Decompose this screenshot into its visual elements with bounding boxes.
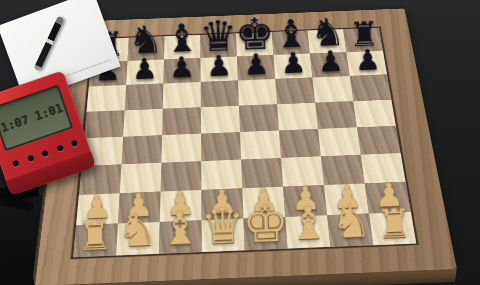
chess-board: ♜♞♝♛♚♝♞♜♟♟♟♟♟♟♟♟♟♟♟♟♟♟♟♟♜♞♝♛♚♝♞♜ [73,28,416,257]
square-a5[interactable] [84,110,125,138]
clock-button-4[interactable] [56,145,64,153]
square-f7[interactable]: ♟ [273,54,312,79]
square-h6[interactable] [350,75,392,102]
clock-button-2[interactable] [27,155,35,163]
square-b1[interactable]: ♞ [116,222,160,256]
square-d1[interactable]: ♛ [202,219,245,252]
square-a6[interactable] [87,85,127,112]
clock-button-1[interactable] [12,160,20,168]
clock-button-5[interactable] [71,140,79,148]
square-d5[interactable] [201,106,240,134]
square-g6[interactable] [312,76,353,103]
square-f6[interactable] [275,78,315,105]
board-frame-edge-bottom [35,269,457,285]
square-e6[interactable] [238,79,277,106]
white-rook-a1[interactable]: ♜ [76,217,113,255]
square-e4[interactable] [240,130,281,159]
white-knight-b1[interactable]: ♞ [116,210,158,253]
clock-time-left: 1:07 [0,112,31,135]
square-c4[interactable] [161,134,201,163]
square-b4[interactable] [121,135,162,164]
square-h1[interactable]: ♜ [369,212,416,245]
clock-time-right: 1:01 [33,101,65,124]
square-h4[interactable] [357,126,401,155]
square-b5[interactable] [123,109,163,137]
square-b6[interactable] [125,84,164,111]
square-g1[interactable]: ♞ [327,214,373,247]
square-g7[interactable]: ♟ [310,52,350,77]
white-knight-g1[interactable]: ♞ [330,201,372,244]
black-pawn-b7[interactable]: ♟ [131,56,158,83]
black-pawn-h7[interactable]: ♟ [354,47,381,74]
black-pawn-f7[interactable]: ♟ [280,50,307,77]
square-e5[interactable] [239,104,279,132]
white-queen-d1[interactable]: ♛ [199,202,245,249]
square-c5[interactable] [162,107,201,135]
black-pawn-e7[interactable]: ♟ [243,51,270,78]
white-bishop-c1[interactable]: ♝ [159,208,201,251]
white-rook-h1[interactable]: ♜ [375,205,412,243]
square-c1[interactable]: ♝ [159,220,202,254]
square-f4[interactable] [279,129,321,158]
square-d7[interactable]: ♟ [200,57,237,83]
square-g4[interactable] [318,127,361,156]
square-d4[interactable] [201,132,241,161]
square-h7[interactable]: ♟ [346,51,387,76]
clock-button-3[interactable] [41,150,49,158]
white-king-e1[interactable]: ♚ [241,199,289,248]
white-bishop-f1[interactable]: ♝ [287,203,329,246]
square-e1[interactable]: ♚ [243,217,287,250]
black-pawn-c7[interactable]: ♟ [168,54,195,81]
square-f1[interactable]: ♝ [285,215,330,248]
black-pawn-d7[interactable]: ♟ [205,53,232,80]
table-surface: 1:07 1:01 ♜♞♝♛♚♝♞♜♟♟♟♟♟♟♟♟♟♟♟♟♟♟♟♟♜♞♝♛♚♝… [0,0,480,285]
square-g5[interactable] [315,101,357,129]
black-pawn-g7[interactable]: ♟ [317,48,344,75]
square-f5[interactable] [277,103,318,131]
square-b7[interactable]: ♟ [126,59,164,85]
square-c7[interactable]: ♟ [163,58,200,84]
clock-display: 1:07 1:01 [0,84,73,151]
square-d6[interactable] [201,81,239,108]
square-h5[interactable] [353,100,396,128]
square-a1[interactable]: ♜ [73,224,118,258]
square-c6[interactable] [163,82,201,109]
square-e7[interactable]: ♟ [237,55,275,81]
